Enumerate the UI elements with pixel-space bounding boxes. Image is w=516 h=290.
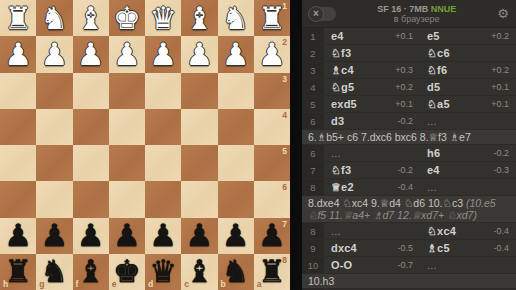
white-eval: -0.7 — [397, 260, 413, 270]
coord-rank-7: 7 — [282, 220, 287, 229]
square-a6[interactable]: 6 — [254, 181, 290, 217]
square-h4[interactable] — [0, 109, 36, 145]
coord-rank-4: 4 — [282, 111, 287, 120]
piece-black-b-c8[interactable]: ♝ — [185, 256, 213, 287]
coord-rank-3: 3 — [282, 75, 287, 84]
square-e6[interactable] — [109, 181, 145, 217]
square-e1[interactable]: ♚ — [109, 0, 145, 36]
move-number: 6 — [302, 145, 324, 161]
piece-black-n-b8[interactable]: ♞ — [222, 256, 250, 287]
white-eval: +0.3 — [395, 65, 413, 75]
square-e4[interactable] — [109, 109, 145, 145]
white-move: ♘f3 — [331, 164, 351, 177]
piece-black-n-g8[interactable]: ♞ — [40, 256, 68, 287]
square-g4[interactable] — [36, 109, 72, 145]
square-h2[interactable]: ♟ — [0, 36, 36, 72]
white-eval: +0.1 — [395, 99, 413, 109]
analysis-app: ♜♞♝♚♛♝♞♜1♟♟♟♟♟♟♟♟23456♟♟♟♟♟♟♟♟7♜h♞g♝f♚e♛… — [0, 0, 516, 290]
black-move-cell[interactable]: ... — [420, 113, 516, 129]
move-number: 5 — [302, 96, 324, 112]
black-move-cell[interactable]: e5+0.2 — [420, 28, 516, 44]
square-d5[interactable] — [145, 145, 181, 181]
square-d3[interactable] — [145, 73, 181, 109]
move-row-4: 4♘g5+0.2d5+0.1 — [302, 79, 516, 96]
white-eval: -0.2 — [397, 116, 413, 126]
coord-file-b: b — [221, 280, 226, 289]
square-g8[interactable]: ♞g — [36, 254, 72, 290]
board-grid: ♜♞♝♚♛♝♞♜1♟♟♟♟♟♟♟♟23456♟♟♟♟♟♟♟♟7♜h♞g♝f♚e♛… — [0, 0, 290, 290]
square-a4[interactable]: 4 — [254, 109, 290, 145]
square-f5[interactable] — [73, 145, 109, 181]
move-row-2: 2♘f3♘c6 — [302, 45, 516, 62]
move-row-5: 5exd5+0.1♘a5+0.1 — [302, 96, 516, 113]
square-b8[interactable]: ♞b — [218, 254, 254, 290]
chess-board: ♜♞♝♚♛♝♞♜1♟♟♟♟♟♟♟♟23456♟♟♟♟♟♟♟♟7♜h♞g♝f♚e♛… — [0, 0, 290, 290]
piece-black-p-g7[interactable]: ♟ — [40, 220, 68, 251]
square-a2[interactable]: ♟2 — [254, 36, 290, 72]
white-move: ... — [331, 225, 341, 237]
move-row-8: 8...♘xc4-0.4 — [302, 223, 516, 240]
black-move-cell[interactable]: h6-0.2 — [420, 145, 516, 161]
square-c7[interactable]: ♟ — [181, 218, 217, 254]
black-move-cell[interactable]: ♘xc4-0.4 — [420, 223, 516, 239]
square-a1[interactable]: ♜1 — [254, 0, 290, 36]
white-eval: -0.5 — [397, 243, 413, 253]
coord-rank-8: 8 — [282, 256, 287, 265]
piece-white-b-f1[interactable]: ♝ — [77, 3, 105, 34]
move-row-9: 9dxc4-0.5♗c5-0.4 — [302, 240, 516, 257]
engine-toggle[interactable]: × — [309, 7, 336, 21]
square-e8[interactable]: ♚e — [109, 254, 145, 290]
square-f6[interactable] — [73, 181, 109, 217]
black-eval: -0.4 — [493, 226, 509, 236]
black-eval: -0.3 — [493, 165, 509, 175]
square-d8[interactable]: ♛d — [145, 254, 181, 290]
black-move: h6 — [427, 147, 440, 159]
variation-line[interactable]: 6.♗b5+ c6 7.dxc6 bxc6 8.♕f3 ♗e7 — [302, 130, 516, 145]
white-move: dxc4 — [331, 242, 357, 254]
square-h1[interactable]: ♜ — [0, 0, 36, 36]
variation-main: 6.♗b5+ c6 7.dxc6 bxc6 8.♕f3 ♗e7 — [308, 131, 471, 143]
square-c3[interactable] — [181, 73, 217, 109]
square-b3[interactable] — [218, 73, 254, 109]
piece-black-q-d8[interactable]: ♛ — [149, 256, 177, 287]
black-move: ... — [427, 259, 437, 271]
piece-black-k-e8[interactable]: ♚ — [113, 256, 141, 287]
square-d1[interactable]: ♛ — [145, 0, 181, 36]
black-eval: -0.4 — [493, 243, 509, 253]
piece-white-p-c2[interactable]: ♟ — [185, 39, 213, 70]
white-move-cell[interactable]: e4+0.1 — [324, 28, 420, 44]
piece-white-p-f2[interactable]: ♟ — [77, 39, 105, 70]
white-move-cell[interactable]: ♕e2-0.4 — [324, 179, 420, 195]
square-d4[interactable] — [145, 109, 181, 145]
square-b2[interactable]: ♟ — [218, 36, 254, 72]
white-move-cell[interactable]: ... — [324, 223, 420, 239]
square-h8[interactable]: ♜h — [0, 254, 36, 290]
black-move-cell[interactable]: ♘a5+0.1 — [420, 96, 516, 112]
black-eval: -0.2 — [493, 148, 509, 158]
white-move-cell[interactable]: dxc4-0.5 — [324, 240, 420, 256]
piece-white-p-d2[interactable]: ♟ — [149, 39, 177, 70]
white-move: ♘g5 — [331, 81, 354, 94]
move-row-6: 6d3-0.2... — [302, 113, 516, 130]
black-move: ♗c5 — [427, 242, 450, 255]
square-b1[interactable]: ♞ — [218, 0, 254, 36]
piece-black-p-f7[interactable]: ♟ — [77, 220, 105, 251]
piece-white-n-b1[interactable]: ♞ — [222, 3, 250, 34]
square-d7[interactable]: ♟ — [145, 218, 181, 254]
move-number: 3 — [302, 62, 324, 78]
piece-black-p-c7[interactable]: ♟ — [185, 220, 213, 251]
engine-toggle-knob: × — [308, 6, 324, 22]
white-move: ♗c4 — [331, 64, 354, 77]
white-move-cell[interactable]: ♘f3 — [324, 45, 420, 61]
piece-black-p-h7[interactable]: ♟ — [4, 220, 32, 251]
piece-white-r-h1[interactable]: ♜ — [4, 3, 32, 34]
black-eval: +0.2 — [491, 31, 509, 41]
square-e2[interactable]: ♟ — [109, 36, 145, 72]
move-row-8: 8♕e2-0.4... — [302, 179, 516, 196]
square-h3[interactable] — [0, 73, 36, 109]
square-g1[interactable]: ♞ — [36, 0, 72, 36]
white-move: ♘f3 — [331, 47, 351, 60]
engine-panel: × SF 16 · 7MB NNUE в браузере ⚙ 1e4+0.1e… — [302, 0, 516, 290]
square-e7[interactable]: ♟ — [109, 218, 145, 254]
piece-white-b-c1[interactable]: ♝ — [185, 3, 213, 34]
square-d2[interactable]: ♟ — [145, 36, 181, 72]
settings-gear-icon[interactable]: ⚙ — [497, 7, 509, 20]
coord-file-a: a — [257, 280, 262, 289]
black-move-cell[interactable]: ... — [420, 179, 516, 195]
move-row-6: 6...h6-0.2 — [302, 145, 516, 162]
square-f2[interactable]: ♟ — [73, 36, 109, 72]
black-move: ♘a5 — [427, 98, 450, 111]
coord-file-c: c — [184, 280, 189, 289]
square-g6[interactable] — [36, 181, 72, 217]
move-number: 8 — [302, 179, 324, 195]
white-eval: -0.2 — [397, 165, 413, 175]
variation-main: 8.dxe4 ♘xc4 9.♕d4 ♘d6 10.♘c3 — [308, 197, 466, 209]
piece-black-p-b7[interactable]: ♟ — [222, 220, 250, 251]
square-b4[interactable] — [218, 109, 254, 145]
piece-black-p-e7[interactable]: ♟ — [113, 220, 141, 251]
variation-line[interactable]: 10.h3 — [302, 274, 516, 289]
piece-black-b-f8[interactable]: ♝ — [77, 256, 105, 287]
square-f7[interactable]: ♟ — [73, 218, 109, 254]
square-e3[interactable] — [109, 73, 145, 109]
variation-line[interactable]: 8.dxe4 ♘xc4 9.♕d4 ♘d6 10.♘c3 (10.e5 ♘f5 … — [302, 196, 516, 223]
square-h7[interactable]: ♟ — [0, 218, 36, 254]
square-c6[interactable] — [181, 181, 217, 217]
white-move: d3 — [331, 115, 344, 127]
move-row-7: 7♘f3-0.2e4-0.3 — [302, 162, 516, 179]
move-list: 1e4+0.1e5+0.22♘f3♘c63♗c4+0.3♘f6+0.24♘g5+… — [302, 28, 516, 290]
square-h6[interactable] — [0, 181, 36, 217]
square-b7[interactable]: ♟ — [218, 218, 254, 254]
square-b5[interactable] — [218, 145, 254, 181]
piece-white-p-e2[interactable]: ♟ — [113, 39, 141, 70]
white-move: ♕e2 — [331, 181, 354, 194]
square-a3[interactable]: 3 — [254, 73, 290, 109]
black-move-cell[interactable]: ♗c5-0.4 — [420, 240, 516, 256]
white-move-cell[interactable]: O-O-0.7 — [324, 257, 420, 273]
white-move-cell[interactable]: d3-0.2 — [324, 113, 420, 129]
move-number: 9 — [302, 240, 324, 256]
coord-rank-5: 5 — [282, 147, 287, 156]
black-move: e5 — [427, 30, 440, 42]
square-c8[interactable]: ♝c — [181, 254, 217, 290]
piece-white-p-h2[interactable]: ♟ — [4, 39, 32, 70]
variation-main: 10.h3 — [308, 275, 334, 287]
move-number: 8 — [302, 223, 324, 239]
coord-file-f: f — [76, 280, 79, 289]
black-move-cell[interactable]: ♘c6 — [420, 45, 516, 61]
piece-white-n-g1[interactable]: ♞ — [40, 3, 68, 34]
move-row-3: 3♗c4+0.3♘f6+0.2 — [302, 62, 516, 79]
square-e5[interactable] — [109, 145, 145, 181]
piece-black-r-h8[interactable]: ♜ — [4, 256, 32, 287]
coord-file-g: g — [39, 280, 44, 289]
square-g2[interactable]: ♟ — [36, 36, 72, 72]
square-b6[interactable] — [218, 181, 254, 217]
black-move: ... — [427, 115, 437, 127]
white-move-cell[interactable]: exd5+0.1 — [324, 96, 420, 112]
white-move: ... — [331, 147, 341, 159]
engine-nnue-badge: NNUE — [431, 4, 457, 14]
black-move-cell[interactable]: ... — [420, 257, 516, 273]
piece-white-p-b2[interactable]: ♟ — [222, 39, 250, 70]
black-move: ♘c6 — [427, 47, 450, 60]
square-f8[interactable]: ♝f — [73, 254, 109, 290]
white-move-cell[interactable]: ♗c4+0.3 — [324, 62, 420, 78]
white-eval: +0.2 — [395, 82, 413, 92]
move-row-10: 10O-O-0.7... — [302, 257, 516, 274]
square-f4[interactable] — [73, 109, 109, 145]
coord-rank-1: 1 — [282, 2, 287, 11]
move-row-1: 1e4+0.1e5+0.2 — [302, 28, 516, 45]
square-f3[interactable] — [73, 73, 109, 109]
square-g5[interactable] — [36, 145, 72, 181]
square-c2[interactable]: ♟ — [181, 36, 217, 72]
engine-title: SF 16 · 7MB NNUE в браузере — [336, 3, 497, 25]
toggle-x-icon: × — [313, 9, 319, 19]
piece-white-q-d1[interactable]: ♛ — [149, 3, 177, 34]
square-a7[interactable]: ♟7 — [254, 218, 290, 254]
black-move: ♘f6 — [427, 64, 447, 77]
square-d6[interactable] — [145, 181, 181, 217]
square-c4[interactable] — [181, 109, 217, 145]
coord-file-d: d — [148, 280, 153, 289]
black-move: d5 — [427, 81, 440, 93]
square-c5[interactable] — [181, 145, 217, 181]
black-move-cell[interactable]: d5+0.1 — [420, 79, 516, 95]
move-number: 6 — [302, 113, 324, 129]
move-number: 2 — [302, 45, 324, 61]
engine-subtitle: в браузере — [336, 14, 497, 24]
white-move-cell[interactable]: ♘f3-0.2 — [324, 162, 420, 178]
piece-white-k-e1[interactable]: ♚ — [113, 3, 141, 34]
square-g7[interactable]: ♟ — [36, 218, 72, 254]
square-a8[interactable]: ♜8a — [254, 254, 290, 290]
black-move-cell[interactable]: ♘f6+0.2 — [420, 62, 516, 78]
piece-white-p-g2[interactable]: ♟ — [40, 39, 68, 70]
coord-file-e: e — [112, 280, 117, 289]
white-eval: +0.1 — [395, 31, 413, 41]
black-move: e4 — [427, 164, 440, 176]
coord-rank-2: 2 — [282, 38, 287, 47]
square-a5[interactable]: 5 — [254, 145, 290, 181]
engine-header: × SF 16 · 7MB NNUE в браузере ⚙ — [302, 0, 516, 28]
engine-name: SF 16 · 7MB — [377, 4, 428, 14]
move-number: 7 — [302, 162, 324, 178]
black-eval: +0.2 — [491, 65, 509, 75]
black-move-cell[interactable]: e4-0.3 — [420, 162, 516, 178]
move-number: 4 — [302, 79, 324, 95]
white-move: O-O — [331, 259, 352, 271]
white-move-cell[interactable]: ... — [324, 145, 420, 161]
black-move: ♘xc4 — [427, 225, 456, 238]
square-f1[interactable]: ♝ — [73, 0, 109, 36]
black-eval: +0.1 — [491, 99, 509, 109]
square-h5[interactable] — [0, 145, 36, 181]
piece-black-p-d7[interactable]: ♟ — [149, 220, 177, 251]
white-eval: -0.4 — [397, 182, 413, 192]
move-number: 10 — [302, 257, 324, 273]
white-move-cell[interactable]: ♘g5+0.2 — [324, 79, 420, 95]
black-eval: +0.1 — [491, 82, 509, 92]
move-number: 1 — [302, 28, 324, 44]
white-move: e4 — [331, 30, 344, 42]
white-move: exd5 — [331, 98, 357, 110]
coord-file-h: h — [3, 280, 8, 289]
square-g3[interactable] — [36, 73, 72, 109]
coord-rank-6: 6 — [282, 183, 287, 192]
square-c1[interactable]: ♝ — [181, 0, 217, 36]
black-move: ... — [427, 181, 437, 193]
